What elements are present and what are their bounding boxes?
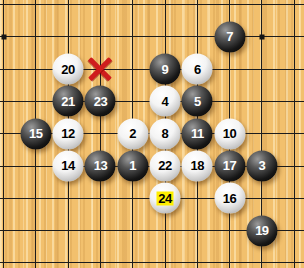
board-intersection[interactable]: 10 [213, 118, 245, 150]
stone-white-6: 6 [182, 54, 213, 85]
move-number: 3 [259, 159, 266, 173]
move-number: 11 [191, 127, 204, 141]
board-intersection[interactable] [117, 247, 149, 268]
board-intersection[interactable] [181, 0, 213, 21]
move-number: 7 [226, 30, 233, 44]
stone-white-4: 4 [149, 86, 180, 117]
board-intersection[interactable] [20, 150, 52, 182]
stone-white-14: 14 [53, 150, 84, 181]
stone-white-8: 8 [149, 118, 180, 149]
board-intersection[interactable] [278, 182, 304, 214]
board-intersection[interactable] [117, 85, 149, 117]
board-intersection[interactable] [0, 21, 20, 53]
board-intersection[interactable] [149, 247, 181, 268]
board-intersection[interactable] [278, 0, 304, 21]
board-intersection[interactable] [84, 118, 116, 150]
board-intersection[interactable]: 9 [149, 53, 181, 85]
red-x-marker [85, 54, 115, 84]
board-intersection[interactable] [278, 21, 304, 53]
board-intersection[interactable] [0, 150, 20, 182]
board-intersection[interactable] [20, 85, 52, 117]
stone-white-16: 16 [214, 183, 245, 214]
board-intersection[interactable] [213, 214, 245, 246]
board-intersection[interactable] [213, 85, 245, 117]
stone-black-19: 19 [246, 215, 277, 246]
stone-black-13: 13 [85, 150, 116, 181]
stone-black-15: 15 [20, 118, 51, 149]
board-intersection[interactable] [117, 214, 149, 246]
board-intersection[interactable] [20, 214, 52, 246]
board-intersection[interactable] [20, 247, 52, 268]
board-intersection[interactable] [246, 118, 278, 150]
board-intersection[interactable] [246, 21, 278, 53]
move-number: 18 [191, 159, 204, 173]
board-intersection[interactable] [0, 214, 20, 246]
board-intersection[interactable] [84, 214, 116, 246]
board-intersection[interactable] [52, 214, 84, 246]
stone-black-11: 11 [182, 118, 213, 149]
move-number: 8 [162, 127, 169, 141]
move-number: 2 [129, 127, 136, 141]
board-intersection[interactable]: 19 [246, 214, 278, 246]
stone-black-7: 7 [214, 21, 245, 52]
board-intersection[interactable] [181, 182, 213, 214]
stone-black-1: 1 [117, 150, 148, 181]
board-intersection[interactable] [117, 0, 149, 21]
board-intersection[interactable]: 8 [149, 118, 181, 150]
stone-white-12: 12 [53, 118, 84, 149]
board-intersection[interactable] [117, 53, 149, 85]
move-number: 5 [194, 94, 201, 108]
board-intersection[interactable] [213, 247, 245, 268]
board-intersection[interactable]: 16 [213, 182, 245, 214]
board-intersection[interactable] [84, 182, 116, 214]
board-intersection[interactable]: 4 [149, 85, 181, 117]
move-number: 1 [129, 159, 136, 173]
board-intersection[interactable] [0, 0, 20, 21]
board-intersection[interactable] [84, 247, 116, 268]
move-number: 13 [94, 159, 107, 173]
board-intersection[interactable] [20, 0, 52, 21]
board-intersection[interactable]: 15 [20, 118, 52, 150]
board-intersection[interactable] [246, 0, 278, 21]
board-intersection[interactable] [149, 0, 181, 21]
game-board: 720962123451512281110141312218173241619 [0, 0, 304, 268]
board-intersection[interactable]: 5 [181, 85, 213, 117]
stone-white-24: 24 [149, 183, 180, 214]
board-intersection[interactable] [20, 53, 52, 85]
star-point [1, 34, 6, 39]
move-number: 23 [94, 94, 107, 108]
board-intersection[interactable] [278, 85, 304, 117]
board-intersection[interactable]: 6 [181, 53, 213, 85]
board-intersection[interactable] [213, 0, 245, 21]
board-intersection[interactable] [246, 53, 278, 85]
board-intersection[interactable] [52, 182, 84, 214]
board-intersection[interactable] [246, 85, 278, 117]
board-intersection[interactable]: 14 [52, 150, 84, 182]
move-number: 20 [61, 62, 74, 76]
board-intersection[interactable] [84, 0, 116, 21]
stone-black-21: 21 [53, 86, 84, 117]
board-intersection[interactable] [52, 247, 84, 268]
stone-white-20: 20 [53, 54, 84, 85]
board-intersection[interactable] [52, 0, 84, 21]
move-number: 19 [255, 224, 268, 238]
board-intersection[interactable] [181, 247, 213, 268]
stone-black-23: 23 [85, 86, 116, 117]
stone-black-5: 5 [182, 86, 213, 117]
move-number: 12 [61, 127, 74, 141]
move-number: 22 [158, 159, 171, 173]
board-intersection[interactable] [149, 214, 181, 246]
board-intersection[interactable] [181, 21, 213, 53]
move-number: 17 [223, 159, 236, 173]
board-intersection[interactable] [246, 182, 278, 214]
stone-white-22: 22 [149, 150, 180, 181]
board-intersection[interactable]: 3 [246, 150, 278, 182]
stone-white-10: 10 [214, 118, 245, 149]
board-intersection[interactable] [278, 150, 304, 182]
move-number: 10 [223, 127, 236, 141]
board-intersection[interactable]: 23 [84, 85, 116, 117]
board-intersection[interactable] [0, 247, 20, 268]
move-number: 21 [61, 94, 74, 108]
board-intersection[interactable]: 18 [181, 150, 213, 182]
star-point [259, 34, 264, 39]
board-intersection[interactable] [149, 21, 181, 53]
gomoku-board-screenshot: 720962123451512281110141312218173241619 [0, 0, 304, 268]
board-intersection[interactable]: 22 [149, 150, 181, 182]
board-intersection[interactable]: 21 [52, 85, 84, 117]
board-intersection[interactable] [278, 118, 304, 150]
board-intersection[interactable]: 12 [52, 118, 84, 150]
move-number: 4 [162, 94, 169, 108]
board-intersection[interactable] [246, 247, 278, 268]
board-intersection[interactable] [0, 182, 20, 214]
board-intersection[interactable] [213, 53, 245, 85]
board-intersection[interactable]: 1 [117, 150, 149, 182]
board-intersection[interactable] [84, 21, 116, 53]
board-intersection[interactable]: 7 [213, 21, 245, 53]
board-intersection[interactable]: 24 [149, 182, 181, 214]
stone-black-17: 17 [214, 150, 245, 181]
board-intersection[interactable] [117, 21, 149, 53]
board-intersection[interactable] [20, 21, 52, 53]
last-move-number: 24 [156, 191, 173, 205]
move-number: 16 [223, 191, 236, 205]
stone-black-9: 9 [149, 54, 180, 85]
board-intersection[interactable] [52, 21, 84, 53]
board-intersection[interactable]: 13 [84, 150, 116, 182]
board-intersection[interactable] [278, 53, 304, 85]
board-intersection[interactable]: 20 [52, 53, 84, 85]
stone-white-2: 2 [117, 118, 148, 149]
board-intersection[interactable] [278, 214, 304, 246]
board-intersection[interactable]: 2 [117, 118, 149, 150]
move-number: 6 [194, 62, 201, 76]
board-intersection[interactable] [278, 247, 304, 268]
board-intersection[interactable] [84, 53, 116, 85]
stone-white-18: 18 [182, 150, 213, 181]
move-number: 14 [61, 159, 74, 173]
move-number: 15 [29, 127, 42, 141]
board-intersection[interactable]: 17 [213, 150, 245, 182]
board-intersection[interactable]: 11 [181, 118, 213, 150]
board-intersection[interactable] [0, 53, 20, 85]
board-intersection[interactable] [0, 85, 20, 117]
board-intersection[interactable] [117, 182, 149, 214]
board-intersection[interactable] [181, 214, 213, 246]
stone-black-3: 3 [246, 150, 277, 181]
move-number: 9 [162, 62, 169, 76]
board-intersection[interactable] [20, 182, 52, 214]
board-intersection[interactable] [0, 118, 20, 150]
